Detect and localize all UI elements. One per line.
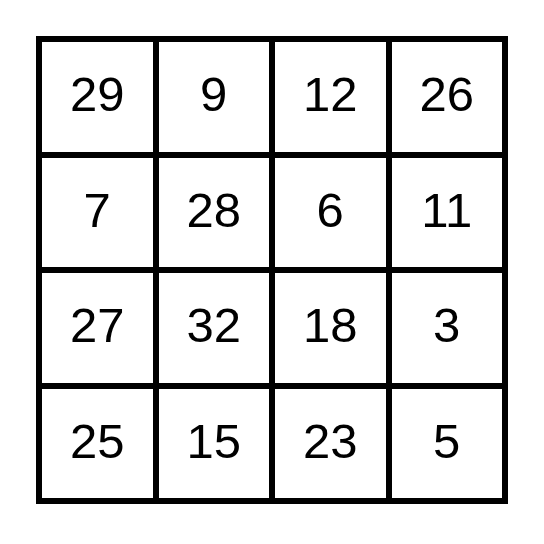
grid-cell-r0c2[interactable]: 12 — [275, 42, 386, 152]
grid-cell-r3c3[interactable]: 5 — [392, 389, 503, 499]
cell-value: 27 — [70, 301, 125, 350]
cell-value: 3 — [433, 301, 460, 350]
grid-cell-r0c3[interactable]: 26 — [392, 42, 503, 152]
cell-value: 7 — [84, 186, 111, 235]
grid-cell-r3c0[interactable]: 25 — [42, 389, 153, 499]
grid-cell-r2c3[interactable]: 3 — [392, 273, 503, 383]
cell-value: 28 — [186, 186, 241, 235]
cell-value: 9 — [200, 70, 227, 119]
cell-value: 5 — [433, 417, 460, 466]
grid-cell-r2c2[interactable]: 18 — [275, 273, 386, 383]
cell-value: 18 — [303, 301, 358, 350]
page: 29 9 12 26 7 28 6 11 27 32 18 3 25 15 23… — [0, 0, 544, 544]
cell-value: 12 — [303, 70, 358, 119]
cell-value: 15 — [186, 417, 241, 466]
cell-value: 23 — [303, 417, 358, 466]
grid-cell-r1c3[interactable]: 11 — [392, 158, 503, 268]
cell-value: 6 — [317, 186, 344, 235]
grid-cell-r3c1[interactable]: 15 — [159, 389, 270, 499]
grid-cell-r1c0[interactable]: 7 — [42, 158, 153, 268]
cell-value: 29 — [70, 70, 125, 119]
grid-cell-r1c1[interactable]: 28 — [159, 158, 270, 268]
grid-cell-r0c0[interactable]: 29 — [42, 42, 153, 152]
cell-value: 32 — [186, 301, 241, 350]
grid-cell-r0c1[interactable]: 9 — [159, 42, 270, 152]
cell-value: 25 — [70, 417, 125, 466]
grid-cell-r2c0[interactable]: 27 — [42, 273, 153, 383]
cell-value: 11 — [421, 186, 472, 235]
grid-cell-r1c2[interactable]: 6 — [275, 158, 386, 268]
cell-value: 26 — [419, 70, 474, 119]
grid-cell-r3c2[interactable]: 23 — [275, 389, 386, 499]
grid-cell-r2c1[interactable]: 32 — [159, 273, 270, 383]
number-grid-board: 29 9 12 26 7 28 6 11 27 32 18 3 25 15 23… — [36, 36, 508, 504]
